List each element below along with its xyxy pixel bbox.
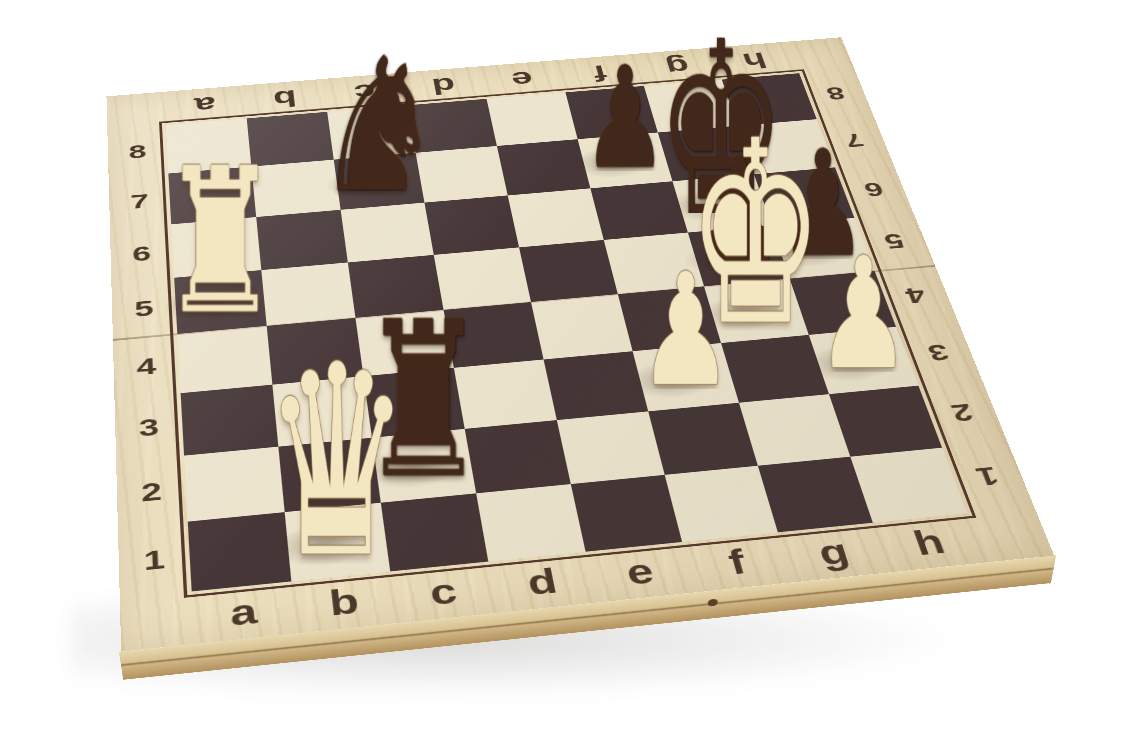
piece-white-queen-b1[interactable]: ♛ <box>247 330 427 594</box>
file-label-e: e <box>479 60 565 99</box>
piece-white-pawn-h3[interactable]: ♟ <box>805 237 920 391</box>
file-label-h: h <box>711 42 799 80</box>
chess-board: abcdefgh abcdefgh 87654321 87654321 ♜♛♚♟… <box>106 37 1054 651</box>
photo-scene: abcdefgh abcdefgh 87654321 87654321 ♜♛♚♟… <box>0 0 1122 750</box>
file-label-a: a <box>164 85 247 125</box>
file-label-f: f <box>557 54 644 92</box>
file-label-b: b <box>244 79 328 118</box>
clasp-nail <box>708 598 718 606</box>
file-label-c: c <box>323 73 407 112</box>
file-label-d: d <box>401 66 486 105</box>
board-top-surface: abcdefgh abcdefgh 87654321 87654321 ♜♛♚♟… <box>106 37 1054 651</box>
piece-black-knight-c7[interactable]: ♞ <box>300 34 458 218</box>
file-label-g: g <box>634 48 722 86</box>
